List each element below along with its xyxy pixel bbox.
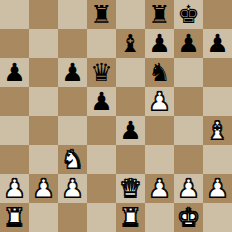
square-g5[interactable] <box>174 87 203 116</box>
white-king[interactable]: ♚ <box>177 203 199 232</box>
white-pawn[interactable]: ♟ <box>61 174 83 203</box>
square-d7[interactable] <box>87 29 116 58</box>
square-c5[interactable] <box>58 87 87 116</box>
square-c6[interactable]: ♟ <box>58 58 87 87</box>
black-pawn[interactable]: ♟ <box>90 87 112 116</box>
square-b5[interactable] <box>29 87 58 116</box>
square-a7[interactable] <box>0 29 29 58</box>
square-f3[interactable] <box>145 145 174 174</box>
square-f6[interactable]: ♞ <box>145 58 174 87</box>
square-b2[interactable]: ♟ <box>29 174 58 203</box>
square-h8[interactable] <box>203 0 232 29</box>
square-a1[interactable]: ♜ <box>0 203 29 232</box>
square-b1[interactable] <box>29 203 58 232</box>
black-rook[interactable]: ♜ <box>90 0 112 29</box>
square-h6[interactable] <box>203 58 232 87</box>
square-d1[interactable] <box>87 203 116 232</box>
square-h3[interactable] <box>203 145 232 174</box>
square-f1[interactable] <box>145 203 174 232</box>
black-pawn[interactable]: ♟ <box>206 29 228 58</box>
square-a3[interactable] <box>0 145 29 174</box>
black-pawn[interactable]: ♟ <box>148 29 170 58</box>
white-queen[interactable]: ♛ <box>119 174 141 203</box>
square-h4[interactable]: ♝ <box>203 116 232 145</box>
square-d5[interactable]: ♟ <box>87 87 116 116</box>
square-g4[interactable] <box>174 116 203 145</box>
white-pawn[interactable]: ♟ <box>148 87 170 116</box>
square-e4[interactable]: ♟ <box>116 116 145 145</box>
black-rook[interactable]: ♜ <box>148 0 170 29</box>
black-knight[interactable]: ♞ <box>148 58 170 87</box>
square-d2[interactable] <box>87 174 116 203</box>
square-c1[interactable] <box>58 203 87 232</box>
square-c2[interactable]: ♟ <box>58 174 87 203</box>
square-d4[interactable] <box>87 116 116 145</box>
square-a8[interactable] <box>0 0 29 29</box>
square-e1[interactable]: ♜ <box>116 203 145 232</box>
white-rook[interactable]: ♜ <box>3 203 25 232</box>
square-e5[interactable] <box>116 87 145 116</box>
white-pawn[interactable]: ♟ <box>177 174 199 203</box>
square-a4[interactable] <box>0 116 29 145</box>
black-queen[interactable]: ♛ <box>90 58 112 87</box>
square-f2[interactable]: ♟ <box>145 174 174 203</box>
black-pawn[interactable]: ♟ <box>177 29 199 58</box>
square-c4[interactable] <box>58 116 87 145</box>
square-e3[interactable] <box>116 145 145 174</box>
square-e7[interactable]: ♝ <box>116 29 145 58</box>
square-h7[interactable]: ♟ <box>203 29 232 58</box>
square-g3[interactable] <box>174 145 203 174</box>
square-g2[interactable]: ♟ <box>174 174 203 203</box>
square-g8[interactable]: ♚ <box>174 0 203 29</box>
black-pawn[interactable]: ♟ <box>3 58 25 87</box>
square-f7[interactable]: ♟ <box>145 29 174 58</box>
square-c3[interactable]: ♞ <box>58 145 87 174</box>
square-f4[interactable] <box>145 116 174 145</box>
square-f8[interactable]: ♜ <box>145 0 174 29</box>
square-h5[interactable] <box>203 87 232 116</box>
white-pawn[interactable]: ♟ <box>148 174 170 203</box>
square-g7[interactable]: ♟ <box>174 29 203 58</box>
white-bishop[interactable]: ♝ <box>206 116 228 145</box>
white-rook[interactable]: ♜ <box>119 203 141 232</box>
square-a6[interactable]: ♟ <box>0 58 29 87</box>
square-d8[interactable]: ♜ <box>87 0 116 29</box>
square-a2[interactable]: ♟ <box>0 174 29 203</box>
square-d6[interactable]: ♛ <box>87 58 116 87</box>
black-king[interactable]: ♚ <box>177 0 199 29</box>
chess-board: ♜♜♚♝♟♟♟♟♟♛♞♟♟♟♝♞♟♟♟♛♟♟♟♜♜♚ <box>0 0 232 232</box>
square-g6[interactable] <box>174 58 203 87</box>
white-pawn[interactable]: ♟ <box>3 174 25 203</box>
square-g1[interactable]: ♚ <box>174 203 203 232</box>
square-b3[interactable] <box>29 145 58 174</box>
square-b8[interactable] <box>29 0 58 29</box>
square-e2[interactable]: ♛ <box>116 174 145 203</box>
square-h1[interactable] <box>203 203 232 232</box>
white-pawn[interactable]: ♟ <box>206 174 228 203</box>
white-knight[interactable]: ♞ <box>61 145 83 174</box>
square-e8[interactable] <box>116 0 145 29</box>
square-f5[interactable]: ♟ <box>145 87 174 116</box>
white-pawn[interactable]: ♟ <box>32 174 54 203</box>
square-b6[interactable] <box>29 58 58 87</box>
square-b4[interactable] <box>29 116 58 145</box>
square-c8[interactable] <box>58 0 87 29</box>
square-c7[interactable] <box>58 29 87 58</box>
square-h2[interactable]: ♟ <box>203 174 232 203</box>
black-pawn[interactable]: ♟ <box>119 116 141 145</box>
square-b7[interactable] <box>29 29 58 58</box>
black-pawn[interactable]: ♟ <box>61 58 83 87</box>
square-e6[interactable] <box>116 58 145 87</box>
square-a5[interactable] <box>0 87 29 116</box>
black-bishop[interactable]: ♝ <box>119 29 141 58</box>
square-d3[interactable] <box>87 145 116 174</box>
